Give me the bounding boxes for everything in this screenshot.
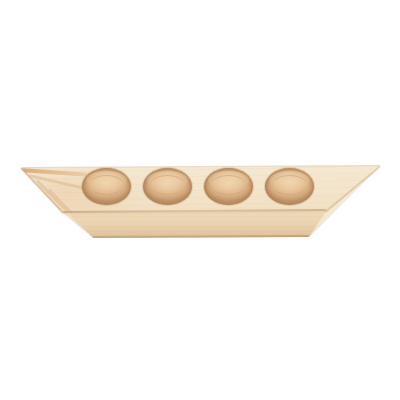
mancala-board bbox=[0, 0, 400, 400]
pit-2[interactable] bbox=[143, 168, 192, 205]
pit-row bbox=[76, 168, 320, 205]
product-photo-stage bbox=[0, 0, 400, 400]
board-bottom-edge bbox=[93, 235, 309, 238]
pit-1[interactable] bbox=[82, 168, 131, 205]
wood-grain-front bbox=[61, 212, 380, 236]
pit-3[interactable] bbox=[204, 168, 253, 205]
pit-4[interactable] bbox=[265, 168, 314, 205]
wood-grain-streak bbox=[36, 179, 69, 212]
